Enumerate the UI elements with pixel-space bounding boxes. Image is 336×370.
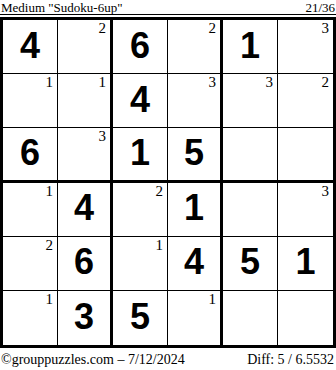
cell-value: 1 (130, 135, 150, 171)
difficulty-text: Diff: 5 / 6.5532 (247, 352, 334, 367)
cell-r1c4[interactable]: 2 (168, 20, 223, 74)
cell-r6c2[interactable]: 3 (58, 291, 113, 345)
footer: ©grouppuzzles.com – 7/12/2024 Diff: 5 / … (0, 352, 336, 367)
pencil-mark: 3 (322, 21, 330, 36)
cell-r4c2[interactable]: 4 (58, 183, 113, 237)
cell-r2c6[interactable]: 2 (278, 74, 333, 128)
cell-r3c2[interactable]: 3 (58, 128, 113, 182)
cell-r3c1[interactable]: 6 (3, 128, 58, 182)
cell-r1c3[interactable]: 6 (113, 20, 168, 74)
puzzle-page: Medium "Sudoku-6up" 21/36 42621311433263… (0, 0, 336, 370)
copyright-text: ©grouppuzzles.com – 7/12/2024 (1, 352, 185, 367)
pencil-mark: 2 (99, 21, 107, 36)
cell-r5c5[interactable]: 5 (223, 237, 278, 291)
cell-r6c3[interactable]: 5 (113, 291, 168, 345)
cell-value: 4 (184, 244, 204, 280)
cell-r5c4[interactable]: 4 (168, 237, 223, 291)
cell-r4c1[interactable]: 1 (3, 183, 58, 237)
cell-value: 5 (240, 244, 260, 280)
cell-r1c1[interactable]: 4 (3, 20, 58, 74)
pencil-mark: 1 (156, 238, 164, 253)
cell-r2c2[interactable]: 1 (58, 74, 113, 128)
cell-r4c5[interactable] (223, 183, 278, 237)
cell-value: 1 (240, 28, 260, 64)
cell-value: 5 (184, 135, 204, 171)
cell-r5c1[interactable]: 2 (3, 237, 58, 291)
cell-r6c1[interactable]: 1 (3, 291, 58, 345)
cell-r2c3[interactable]: 4 (113, 74, 168, 128)
cell-r6c5[interactable] (223, 291, 278, 345)
pencil-mark: 3 (209, 75, 217, 90)
cell-value: 6 (20, 135, 40, 171)
cell-r2c1[interactable]: 1 (3, 74, 58, 128)
pencil-mark: 1 (46, 75, 54, 90)
pencil-mark: 2 (209, 21, 217, 36)
cell-r4c4[interactable]: 1 (168, 183, 223, 237)
pencil-mark: 2 (156, 184, 164, 199)
pencil-mark: 1 (46, 184, 54, 199)
cell-r5c3[interactable]: 1 (113, 237, 168, 291)
cell-r6c6[interactable] (278, 291, 333, 345)
cell-value: 6 (130, 28, 150, 64)
pencil-mark: 2 (46, 238, 54, 253)
cell-r5c2[interactable]: 6 (58, 237, 113, 291)
cell-r2c5[interactable]: 3 (223, 74, 278, 128)
cell-r2c4[interactable]: 3 (168, 74, 223, 128)
puzzle-title: Medium "Sudoku-6up" (1, 1, 122, 14)
cell-value: 6 (74, 244, 94, 280)
cell-r1c6[interactable]: 3 (278, 20, 333, 74)
cell-value: 1 (184, 190, 204, 226)
cell-r3c6[interactable] (278, 128, 333, 182)
cell-r5c6[interactable]: 1 (278, 237, 333, 291)
cell-r6c4[interactable]: 1 (168, 291, 223, 345)
pencil-mark: 3 (99, 129, 107, 144)
cell-value: 3 (74, 299, 94, 335)
cell-value: 4 (74, 190, 94, 226)
cell-r4c6[interactable]: 3 (278, 183, 333, 237)
cell-value: 1 (295, 244, 315, 280)
cell-value: 4 (20, 28, 40, 64)
cell-value: 5 (130, 299, 150, 335)
pencil-mark: 1 (99, 75, 107, 90)
cell-value: 4 (130, 82, 150, 118)
pencil-mark: 3 (322, 184, 330, 199)
cell-r3c4[interactable]: 5 (168, 128, 223, 182)
pencil-mark: 1 (209, 292, 217, 307)
cell-r1c2[interactable]: 2 (58, 20, 113, 74)
pencil-mark: 3 (266, 75, 274, 90)
cell-r1c5[interactable]: 1 (223, 20, 278, 74)
pencil-mark: 2 (322, 75, 330, 90)
cell-r3c3[interactable]: 1 (113, 128, 168, 182)
puzzle-counter: 21/36 (305, 1, 335, 14)
board: 4262131143326315142132614511351 (0, 17, 336, 348)
header: Medium "Sudoku-6up" 21/36 (0, 0, 336, 15)
cell-r4c3[interactable]: 2 (113, 183, 168, 237)
cell-r3c5[interactable] (223, 128, 278, 182)
pencil-mark: 1 (46, 292, 54, 307)
